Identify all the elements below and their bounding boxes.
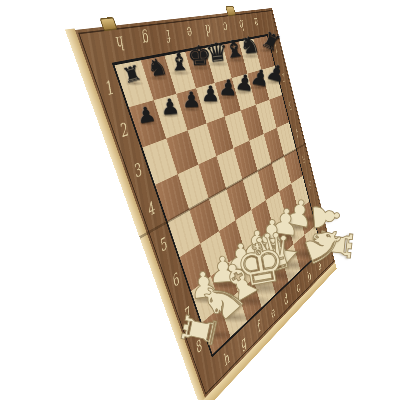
piece-shadow: [255, 269, 302, 282]
piece-shadow: [225, 267, 257, 275]
piece-shadow: [265, 79, 284, 84]
piece-shadow: [213, 312, 256, 323]
piece-shadow: [249, 85, 268, 90]
piece-shadow: [228, 295, 272, 307]
piece-shadow: [234, 89, 253, 94]
piece-shadow: [280, 223, 312, 231]
piece-shadow: [182, 107, 201, 112]
piece-shadow: [190, 296, 222, 304]
piece-shadow: [148, 75, 169, 81]
piece-shadow: [218, 95, 237, 100]
piece-shadow: [258, 48, 277, 53]
piece-shadow: [268, 233, 300, 241]
product-photo: 1234567812345678hgfedcbahgfedcba ♜♞♝♚♛♝♞…: [0, 0, 400, 400]
piece-shadow: [170, 70, 191, 76]
piece-shadow: [284, 248, 327, 259]
piece-shadow: [241, 255, 273, 263]
piece-shadow: [240, 281, 290, 294]
hinge-icon: [225, 6, 235, 17]
